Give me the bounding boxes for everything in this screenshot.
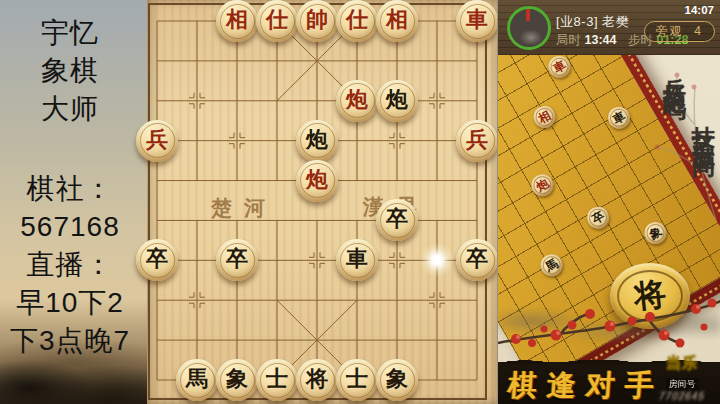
decor-piece-red: 車 xyxy=(544,55,574,82)
piece-glyph: 仕 xyxy=(266,9,288,31)
board-piece-red[interactable]: 仕 xyxy=(256,0,298,42)
board-piece-black[interactable]: 象 xyxy=(376,359,418,401)
board-piece-red[interactable]: 相 xyxy=(216,0,258,42)
decor-piece-red: 炮 xyxy=(527,170,557,200)
decor-piece-red: 相 xyxy=(530,102,560,132)
xiangqi-board: 楚河 漢界 相仕帥仕相車炮炮兵炮兵炮卒卒卒車卒馬象士将士象 xyxy=(147,0,497,404)
piece-glyph: 将 xyxy=(306,368,328,390)
board-piece-black[interactable]: 馬 xyxy=(176,359,218,401)
sidebar-text-line: 棋社： xyxy=(0,170,140,208)
sidebar-text-line: 567168 xyxy=(0,208,140,246)
board-piece-red[interactable]: 相 xyxy=(376,0,418,42)
river-label-left: 楚河 xyxy=(211,194,277,222)
decor-piece-glyph: 象 xyxy=(646,223,665,244)
board-piece-black[interactable]: 士 xyxy=(336,359,378,401)
board-piece-black[interactable]: 将 xyxy=(296,359,338,401)
piece-glyph: 卒 xyxy=(226,248,248,270)
piece-glyph: 炮 xyxy=(346,89,368,111)
plum-blossom-art xyxy=(498,273,720,362)
piece-glyph: 炮 xyxy=(306,129,328,151)
banner-bar: 棋逢对手 当乐 房间号 7702645 xyxy=(498,362,720,404)
board-piece-black[interactable]: 炮 xyxy=(296,120,338,162)
sidebar-text-line: 直播： xyxy=(0,246,140,284)
decor-piece-glyph: 炮 xyxy=(533,175,552,196)
piece-glyph: 炮 xyxy=(306,169,328,191)
piece-glyph: 卒 xyxy=(146,248,168,270)
spectate-label: 旁观 xyxy=(656,24,684,38)
board-piece-red[interactable]: 兵 xyxy=(456,120,498,162)
piece-glyph: 兵 xyxy=(466,129,488,151)
board-grid xyxy=(147,0,497,404)
decor-pieces-layer: 車士相炮車馬卒象 xyxy=(498,55,577,99)
game-time-value: 13:44 xyxy=(584,33,616,47)
sidebar-text-line: 早10下2 xyxy=(0,284,140,322)
piece-glyph: 象 xyxy=(226,368,248,390)
sidebar-text-line: 大师 xyxy=(0,90,140,128)
player-name: [业8-3] 老樊 xyxy=(556,13,629,31)
piece-glyph: 仕 xyxy=(346,9,368,31)
spectate-count: 4 xyxy=(694,24,703,38)
sidebar-text-line: 宇忆 xyxy=(0,14,140,52)
spectate-button[interactable]: 旁观 4 xyxy=(644,21,715,42)
decor-piece-glyph: 卒 xyxy=(589,207,608,228)
right-panel: [业8-3] 老樊 局时 13:44 步时 01:28 14:07 旁观 4 車… xyxy=(497,0,720,404)
stream-info-text: 宇忆象棋大师棋社：567168直播：早10下2下3点晚7 xyxy=(0,14,140,360)
piece-glyph: 炮 xyxy=(386,89,408,111)
calligraphy-column-2: 技艺盖世间 xyxy=(688,107,719,142)
game-time-label: 局时 xyxy=(556,33,581,47)
piece-glyph: 車 xyxy=(346,248,368,270)
decor-piece-glyph: 車 xyxy=(610,107,629,128)
board-piece-red[interactable]: 炮 xyxy=(336,80,378,122)
piece-glyph: 帥 xyxy=(306,9,328,31)
stream-info-sidebar: 宇忆象棋大师棋社：567168直播：早10下2下3点晚7 xyxy=(0,0,147,404)
sidebar-spacer xyxy=(0,128,140,170)
app-window: 宇忆象棋大师棋社：567168直播：早10下2下3点晚7 楚河 漢界 相仕帥仕相… xyxy=(0,0,720,404)
piece-glyph: 車 xyxy=(466,9,488,31)
board-piece-red[interactable]: 車 xyxy=(456,0,498,42)
piece-glyph: 士 xyxy=(266,368,288,390)
decor-piece-black: 車 xyxy=(604,103,634,133)
sidebar-text-line: 象棋 xyxy=(0,52,140,90)
decor-piece-black: 卒 xyxy=(583,203,613,233)
watermark-logo: 当乐 xyxy=(647,354,717,373)
board-piece-black[interactable]: 士 xyxy=(256,359,298,401)
opponent-info-bar: [业8-3] 老樊 局时 13:44 步时 01:28 14:07 旁观 4 xyxy=(498,0,720,55)
piece-glyph: 相 xyxy=(226,9,248,31)
watermark: 当乐 房间号 7702645 xyxy=(647,354,717,402)
banner-text: 棋逢对手 xyxy=(507,366,666,404)
piece-glyph: 兵 xyxy=(146,129,168,151)
sidebar-text-line: 下3点晚7 xyxy=(0,322,140,360)
system-clock: 14:07 xyxy=(685,4,714,16)
board-piece-red[interactable]: 帥 xyxy=(296,0,338,42)
watermark-room-number: 7702645 xyxy=(646,391,719,402)
piece-glyph: 士 xyxy=(346,368,368,390)
board-piece-black[interactable]: 象 xyxy=(216,359,258,401)
piece-glyph: 象 xyxy=(386,368,408,390)
board-piece-red[interactable]: 兵 xyxy=(136,120,178,162)
player-avatar[interactable] xyxy=(507,6,551,50)
board-piece-red[interactable]: 仕 xyxy=(336,0,378,42)
board-piece-red[interactable]: 炮 xyxy=(296,160,338,202)
calligraphy-column-1: 兵挺炮鸣 xyxy=(659,59,690,87)
piece-glyph: 馬 xyxy=(186,368,208,390)
piece-glyph: 卒 xyxy=(386,208,408,230)
decor-piece-glyph: 車 xyxy=(550,56,569,77)
piece-glyph: 卒 xyxy=(466,248,488,270)
board-piece-black[interactable]: 炮 xyxy=(376,80,418,122)
watermark-room-label: 房间号 xyxy=(666,378,699,391)
piece-glyph: 相 xyxy=(386,9,408,31)
decor-piece-glyph: 相 xyxy=(535,107,554,128)
promo-artwork: 車士相炮車馬卒象 兵挺炮鸣 技艺盖世间 将 xyxy=(498,55,720,362)
